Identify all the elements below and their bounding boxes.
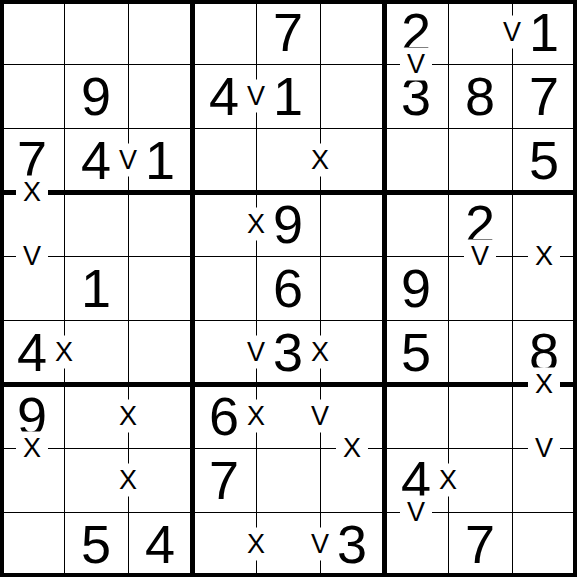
cell-r3c9[interactable]: 5 <box>512 128 576 192</box>
box-border-horizontal <box>0 382 577 387</box>
v-marker: V <box>16 240 48 273</box>
v-marker: V <box>400 48 432 81</box>
cell-r2c9[interactable]: 7 <box>512 64 576 128</box>
cell-r4c2[interactable] <box>64 192 128 256</box>
cell-r9c1[interactable] <box>0 512 64 576</box>
cell-r5c5[interactable]: 6 <box>256 256 320 320</box>
cell-r2c6[interactable] <box>320 64 384 128</box>
cell-border-horizontal <box>0 512 577 513</box>
cell-border-vertical <box>64 0 65 577</box>
x-marker: X <box>336 432 368 465</box>
cell-r3c7[interactable] <box>384 128 448 192</box>
cell-r6c7[interactable]: 5 <box>384 320 448 384</box>
cell-r3c8[interactable] <box>448 128 512 192</box>
cell-border-vertical <box>512 0 513 577</box>
v-marker: V <box>400 496 432 529</box>
cell-r5c7[interactable]: 9 <box>384 256 448 320</box>
v-marker: V <box>112 144 144 177</box>
x-marker: X <box>16 432 48 465</box>
v-marker: V <box>240 336 272 369</box>
v-marker: V <box>528 432 560 465</box>
cell-border-horizontal <box>0 448 577 449</box>
x-marker: X <box>112 464 144 497</box>
box-border-vertical <box>0 0 4 577</box>
x-marker: X <box>432 464 464 497</box>
box-border-vertical <box>382 0 387 577</box>
cell-r6c3[interactable] <box>128 320 192 384</box>
cell-r2c1[interactable] <box>0 64 64 128</box>
v-marker: V <box>304 528 336 561</box>
cell-r8c4[interactable]: 7 <box>192 448 256 512</box>
cell-r1c6[interactable] <box>320 0 384 64</box>
x-marker: X <box>240 528 272 561</box>
x-marker: X <box>48 336 80 369</box>
box-border-vertical <box>190 0 195 577</box>
cell-r1c4[interactable] <box>192 0 256 64</box>
box-border-horizontal <box>0 573 577 577</box>
cell-r9c9[interactable] <box>512 512 576 576</box>
cell-border-vertical <box>320 0 321 577</box>
cell-r4c6[interactable] <box>320 192 384 256</box>
x-marker: X <box>240 208 272 241</box>
x-marker: X <box>528 368 560 401</box>
cell-r7c8[interactable] <box>448 384 512 448</box>
cell-r7c7[interactable] <box>384 384 448 448</box>
cell-border-horizontal <box>0 320 577 321</box>
v-marker: V <box>496 16 528 49</box>
v-marker: V <box>464 240 496 273</box>
cell-r2c8[interactable]: 8 <box>448 64 512 128</box>
cell-r1c1[interactable] <box>0 0 64 64</box>
x-marker: X <box>240 400 272 433</box>
sudoku-board: 721941387741592169435896745437VVVXXXVXXX… <box>0 0 577 577</box>
cell-r9c8[interactable]: 7 <box>448 512 512 576</box>
box-border-vertical <box>573 0 577 577</box>
cell-r2c2[interactable]: 9 <box>64 64 128 128</box>
cell-r1c3[interactable] <box>128 0 192 64</box>
cell-r1c2[interactable] <box>64 0 128 64</box>
v-marker: V <box>240 80 272 113</box>
cell-r5c2[interactable]: 1 <box>64 256 128 320</box>
cell-r5c3[interactable] <box>128 256 192 320</box>
cell-r5c4[interactable] <box>192 256 256 320</box>
cell-r3c4[interactable] <box>192 128 256 192</box>
cell-r6c8[interactable] <box>448 320 512 384</box>
v-marker: V <box>304 400 336 433</box>
cell-border-horizontal <box>0 128 577 129</box>
cell-r5c6[interactable] <box>320 256 384 320</box>
box-border-horizontal <box>0 190 577 195</box>
cell-r4c7[interactable] <box>384 192 448 256</box>
x-marker: X <box>304 336 336 369</box>
box-border-horizontal <box>0 0 577 4</box>
cell-r9c3[interactable]: 4 <box>128 512 192 576</box>
cell-border-horizontal <box>0 64 577 65</box>
cell-r2c3[interactable] <box>128 64 192 128</box>
x-marker: X <box>16 176 48 209</box>
x-marker: X <box>528 240 560 273</box>
x-marker: X <box>304 144 336 177</box>
x-marker: X <box>112 400 144 433</box>
cell-r8c5[interactable] <box>256 448 320 512</box>
cell-r4c3[interactable] <box>128 192 192 256</box>
cell-r9c2[interactable]: 5 <box>64 512 128 576</box>
cell-r1c5[interactable]: 7 <box>256 0 320 64</box>
